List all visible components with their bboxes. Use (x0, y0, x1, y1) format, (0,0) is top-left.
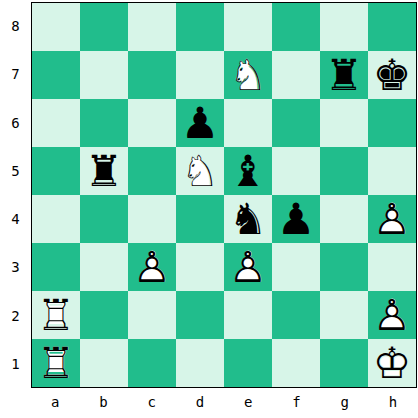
square-g7[interactable]: ♜ (320, 51, 368, 99)
piece-black-bishop[interactable]: ♝ (224, 147, 272, 195)
square-e1[interactable] (224, 339, 272, 387)
file-labels: abcdefgh (31, 388, 417, 416)
square-a3[interactable] (32, 243, 80, 291)
square-e3[interactable]: ♟♙ (224, 243, 272, 291)
piece-black-rook[interactable]: ♜ (320, 51, 368, 99)
square-f3[interactable] (272, 243, 320, 291)
chess-board: ♞♘♜♚♟♜♞♘♝♞♟♟♙♟♙♟♙♜♖♟♙♜♖♚♔ (31, 2, 417, 388)
square-b2[interactable] (80, 291, 128, 339)
square-c1[interactable] (128, 339, 176, 387)
piece-black-pawn[interactable]: ♟ (176, 99, 224, 147)
piece-black-knight[interactable]: ♞ (224, 195, 272, 243)
square-f5[interactable] (272, 147, 320, 195)
rank-labels: 87654321 (0, 2, 31, 388)
square-c8[interactable] (128, 3, 176, 51)
square-h7[interactable]: ♚ (368, 51, 416, 99)
square-c2[interactable] (128, 291, 176, 339)
rank-label-6: 6 (0, 99, 31, 147)
piece-white-rook[interactable]: ♜♖ (32, 291, 80, 339)
square-e7[interactable]: ♞♘ (224, 51, 272, 99)
rank-label-4: 4 (0, 195, 31, 243)
piece-white-pawn[interactable]: ♟♙ (368, 195, 416, 243)
square-f6[interactable] (272, 99, 320, 147)
square-d3[interactable] (176, 243, 224, 291)
square-a7[interactable] (32, 51, 80, 99)
square-d4[interactable] (176, 195, 224, 243)
square-h6[interactable] (368, 99, 416, 147)
square-e4[interactable]: ♞ (224, 195, 272, 243)
square-f1[interactable] (272, 339, 320, 387)
square-f4[interactable]: ♟ (272, 195, 320, 243)
square-c5[interactable] (128, 147, 176, 195)
square-d1[interactable] (176, 339, 224, 387)
file-label-g: g (321, 388, 369, 416)
square-b3[interactable] (80, 243, 128, 291)
square-g8[interactable] (320, 3, 368, 51)
square-d5[interactable]: ♞♘ (176, 147, 224, 195)
piece-white-pawn[interactable]: ♟♙ (128, 243, 176, 291)
square-a6[interactable] (32, 99, 80, 147)
square-b1[interactable] (80, 339, 128, 387)
piece-white-rook[interactable]: ♜♖ (32, 339, 80, 387)
square-d6[interactable]: ♟ (176, 99, 224, 147)
rank-label-5: 5 (0, 147, 31, 195)
piece-black-rook[interactable]: ♜ (80, 147, 128, 195)
square-h5[interactable] (368, 147, 416, 195)
square-f7[interactable] (272, 51, 320, 99)
square-a2[interactable]: ♜♖ (32, 291, 80, 339)
square-d8[interactable] (176, 3, 224, 51)
square-h1[interactable]: ♚♔ (368, 339, 416, 387)
square-g6[interactable] (320, 99, 368, 147)
file-label-a: a (31, 388, 79, 416)
file-label-f: f (272, 388, 320, 416)
square-b8[interactable] (80, 3, 128, 51)
square-a8[interactable] (32, 3, 80, 51)
square-b6[interactable] (80, 99, 128, 147)
square-c6[interactable] (128, 99, 176, 147)
piece-white-knight[interactable]: ♞♘ (176, 147, 224, 195)
square-g3[interactable] (320, 243, 368, 291)
piece-white-knight[interactable]: ♞♘ (224, 51, 272, 99)
piece-white-king[interactable]: ♚♔ (368, 339, 416, 387)
square-h2[interactable]: ♟♙ (368, 291, 416, 339)
rank-label-2: 2 (0, 292, 31, 340)
square-b7[interactable] (80, 51, 128, 99)
square-e6[interactable] (224, 99, 272, 147)
piece-white-pawn[interactable]: ♟♙ (224, 243, 272, 291)
square-d2[interactable] (176, 291, 224, 339)
chess-diagram: 87654321 ♞♘♜♚♟♜♞♘♝♞♟♟♙♟♙♟♙♜♖♟♙♜♖♚♔ abcde… (0, 0, 418, 418)
rank-label-8: 8 (0, 2, 31, 50)
piece-black-king[interactable]: ♚ (368, 51, 416, 99)
square-a1[interactable]: ♜♖ (32, 339, 80, 387)
square-c7[interactable] (128, 51, 176, 99)
piece-white-pawn[interactable]: ♟♙ (368, 291, 416, 339)
square-f2[interactable] (272, 291, 320, 339)
square-h8[interactable] (368, 3, 416, 51)
square-b5[interactable]: ♜ (80, 147, 128, 195)
square-c4[interactable] (128, 195, 176, 243)
square-g2[interactable] (320, 291, 368, 339)
square-a5[interactable] (32, 147, 80, 195)
square-b4[interactable] (80, 195, 128, 243)
piece-black-pawn[interactable]: ♟ (272, 195, 320, 243)
square-a4[interactable] (32, 195, 80, 243)
file-label-d: d (176, 388, 224, 416)
square-h4[interactable]: ♟♙ (368, 195, 416, 243)
file-label-e: e (224, 388, 272, 416)
square-h3[interactable] (368, 243, 416, 291)
square-e8[interactable] (224, 3, 272, 51)
square-e5[interactable]: ♝ (224, 147, 272, 195)
rank-label-7: 7 (0, 50, 31, 98)
square-f8[interactable] (272, 3, 320, 51)
square-e2[interactable] (224, 291, 272, 339)
square-g5[interactable] (320, 147, 368, 195)
file-label-b: b (79, 388, 127, 416)
square-g4[interactable] (320, 195, 368, 243)
rank-label-1: 1 (0, 340, 31, 388)
rank-label-3: 3 (0, 243, 31, 291)
file-label-c: c (128, 388, 176, 416)
file-label-h: h (369, 388, 417, 416)
square-g1[interactable] (320, 339, 368, 387)
square-c3[interactable]: ♟♙ (128, 243, 176, 291)
square-d7[interactable] (176, 51, 224, 99)
